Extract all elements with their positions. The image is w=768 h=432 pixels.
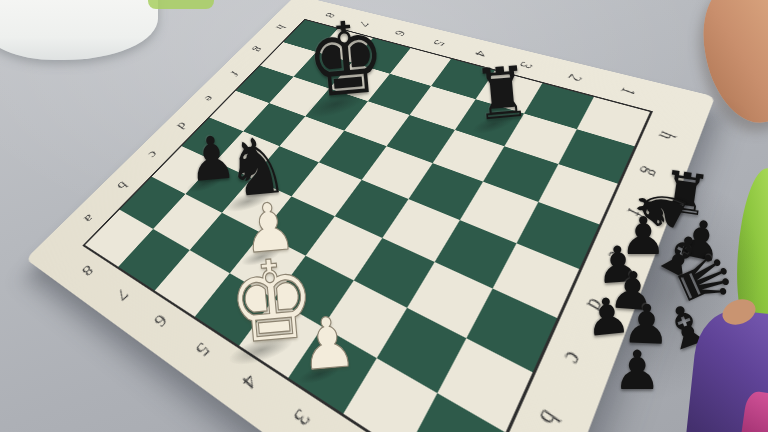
scene: 8877665544332211hhggffeeddccbbaa ♚♜♞♟♚♟♟… xyxy=(0,0,768,432)
black-king: ♚ xyxy=(302,7,389,113)
white-cloth xyxy=(0,0,158,60)
white-pawn: ♟ xyxy=(297,307,358,382)
black-rook: ♜ xyxy=(471,57,532,132)
chair-back-sliver xyxy=(148,0,214,9)
captured-black-pawn: ♟ xyxy=(613,344,661,398)
